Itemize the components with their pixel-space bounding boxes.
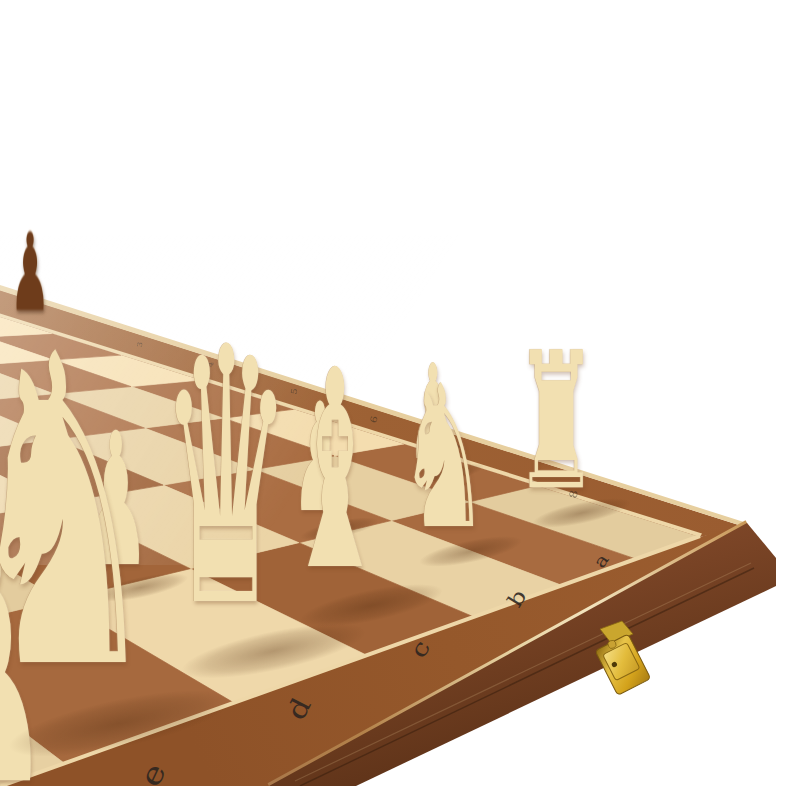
chess-board-product-photo: 876543abcde ♟♟♟♜♞♟♝♛♟♞ bbox=[0, 0, 786, 786]
focus-haze bbox=[0, 235, 786, 565]
chess-board: 876543abcde bbox=[0, 0, 786, 786]
